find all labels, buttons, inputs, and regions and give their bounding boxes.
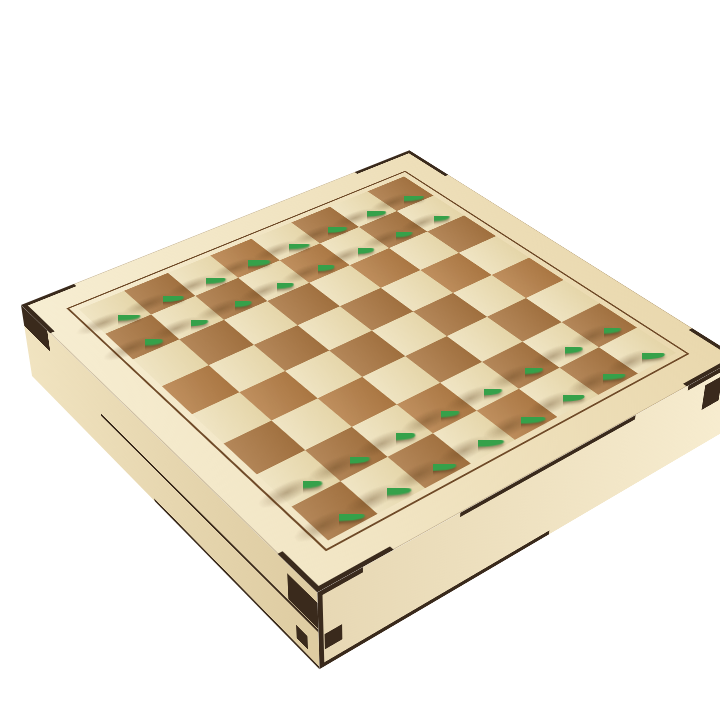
finger-joint-mark bbox=[325, 624, 343, 649]
product-photo-stage: ♜♞♝♛♚♝♞♜♟♟♟♟♟♟♟♟♟♟♟♟♟♟♟♟♜♞♝♛♚♝♞♜ bbox=[0, 0, 720, 720]
chess-box-board: ♜♞♝♛♚♝♞♜♟♟♟♟♟♟♟♟♟♟♟♟♟♟♟♟♜♞♝♛♚♝♞♜ bbox=[21, 150, 720, 592]
scene-3d: ♜♞♝♛♚♝♞♜♟♟♟♟♟♟♟♟♟♟♟♟♟♟♟♟♜♞♝♛♚♝♞♜ bbox=[0, 0, 720, 720]
square-h5 bbox=[192, 392, 271, 443]
inlay-accent bbox=[689, 328, 720, 359]
inlay-accent bbox=[21, 284, 76, 307]
black-rook-glyph: ♜ bbox=[290, 410, 388, 519]
square-f4 bbox=[254, 325, 329, 371]
corner-seam bbox=[317, 590, 324, 670]
white-pawn-glyph: ♟ bbox=[110, 263, 182, 343]
square-h4 bbox=[162, 365, 240, 414]
square-g4 bbox=[209, 345, 285, 392]
